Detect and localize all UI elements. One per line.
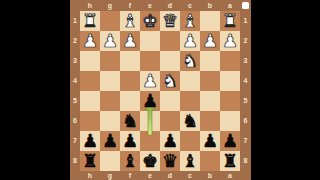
coord-label: h — [80, 0, 100, 11]
square-g7[interactable]: ♟ — [100, 131, 120, 151]
black-pawn[interactable]: ♟ — [100, 130, 120, 150]
coord-label: b — [200, 0, 220, 11]
square-c6[interactable]: ♞ — [180, 111, 200, 131]
square-b3[interactable] — [200, 51, 220, 71]
white-pawn[interactable]: ♟ — [100, 30, 120, 50]
black-pawn[interactable]: ♟ — [200, 130, 220, 150]
coord-label: 2 — [240, 31, 251, 51]
coord-label: 7 — [240, 131, 251, 151]
square-c8[interactable]: ♝ — [180, 151, 200, 171]
square-f2[interactable]: ♟ — [120, 31, 140, 51]
coord-label: d — [160, 0, 180, 11]
square-d3[interactable] — [160, 51, 180, 71]
square-e8[interactable]: ♚ — [140, 151, 160, 171]
board-squares: ♜♝♚♛♝♜♟♟♟♟♟♟♞♟♞♟♞♞♟♟♟♟♟♟♜♝♚♛♝♜ — [80, 11, 240, 171]
file-labels-bottom: hgfedcba — [80, 171, 240, 180]
square-a1[interactable]: ♜ — [220, 11, 240, 31]
white-bishop[interactable]: ♝ — [120, 10, 140, 30]
square-d7[interactable]: ♟ — [160, 131, 180, 151]
black-pawn[interactable]: ♟ — [120, 130, 140, 150]
white-knight[interactable]: ♞ — [160, 70, 180, 90]
square-c3[interactable]: ♞ — [180, 51, 200, 71]
coord-label: 2 — [70, 31, 80, 51]
square-d2[interactable] — [160, 31, 180, 51]
white-pawn[interactable]: ♟ — [140, 70, 160, 90]
black-pawn[interactable]: ♟ — [220, 130, 240, 150]
coord-label: 8 — [240, 151, 251, 171]
square-c4[interactable] — [180, 71, 200, 91]
coord-label: 8 — [70, 151, 80, 171]
black-pawn[interactable]: ♟ — [80, 130, 100, 150]
white-rook[interactable]: ♜ — [80, 10, 100, 30]
square-h6[interactable] — [80, 111, 100, 131]
black-knight[interactable]: ♞ — [120, 110, 140, 130]
square-h5[interactable] — [80, 91, 100, 111]
square-b4[interactable] — [200, 71, 220, 91]
rank-labels-left: 12345678 — [70, 11, 80, 171]
coord-label: f — [120, 171, 140, 180]
square-c5[interactable] — [180, 91, 200, 111]
chessboard-frame: hgfedcba hgfedcba 12345678 12345678 ♜♝♚♛… — [70, 0, 251, 180]
black-rook[interactable]: ♜ — [80, 150, 100, 170]
coord-label: 3 — [70, 51, 80, 71]
white-square-icon — [242, 2, 249, 9]
square-e7[interactable] — [140, 131, 160, 151]
coord-label: h — [80, 171, 100, 180]
right-letterbox — [251, 0, 320, 180]
square-d8[interactable]: ♛ — [160, 151, 180, 171]
black-knight[interactable]: ♞ — [180, 110, 200, 130]
square-e1[interactable]: ♚ — [140, 11, 160, 31]
black-bishop[interactable]: ♝ — [120, 150, 140, 170]
coord-label: 4 — [70, 71, 80, 91]
black-rook[interactable]: ♜ — [220, 150, 240, 170]
square-b6[interactable] — [200, 111, 220, 131]
white-pawn[interactable]: ♟ — [200, 30, 220, 50]
square-c2[interactable]: ♟ — [180, 31, 200, 51]
square-e6[interactable] — [140, 111, 160, 131]
white-pawn[interactable]: ♟ — [180, 30, 200, 50]
square-b5[interactable] — [200, 91, 220, 111]
square-f8[interactable]: ♝ — [120, 151, 140, 171]
coord-label: 1 — [70, 11, 80, 31]
square-a3[interactable] — [220, 51, 240, 71]
coord-label: b — [200, 171, 220, 180]
coord-label: c — [180, 0, 200, 11]
square-a5[interactable] — [220, 91, 240, 111]
square-f5[interactable] — [120, 91, 140, 111]
square-a2[interactable]: ♟ — [220, 31, 240, 51]
square-g8[interactable] — [100, 151, 120, 171]
square-b2[interactable]: ♟ — [200, 31, 220, 51]
square-g2[interactable]: ♟ — [100, 31, 120, 51]
coord-label: 7 — [70, 131, 80, 151]
square-e5[interactable]: ♟ — [140, 91, 160, 111]
black-king[interactable]: ♚ — [140, 150, 160, 170]
square-e3[interactable] — [140, 51, 160, 71]
coord-label: 3 — [240, 51, 251, 71]
square-h7[interactable]: ♟ — [80, 131, 100, 151]
white-king[interactable]: ♚ — [140, 10, 160, 30]
coord-label: 6 — [70, 111, 80, 131]
square-b1[interactable] — [200, 11, 220, 31]
coord-label: a — [220, 0, 240, 11]
coord-label: g — [100, 0, 120, 11]
square-f4[interactable] — [120, 71, 140, 91]
white-bishop[interactable]: ♝ — [180, 10, 200, 30]
coord-label: f — [120, 0, 140, 11]
square-h3[interactable] — [80, 51, 100, 71]
black-pawn[interactable]: ♟ — [160, 130, 180, 150]
black-pawn[interactable]: ♟ — [140, 90, 160, 110]
square-g3[interactable] — [100, 51, 120, 71]
coord-label: d — [160, 171, 180, 180]
square-f3[interactable] — [120, 51, 140, 71]
white-pawn[interactable]: ♟ — [80, 30, 100, 50]
square-c1[interactable]: ♝ — [180, 11, 200, 31]
square-a6[interactable] — [220, 111, 240, 131]
square-b8[interactable] — [200, 151, 220, 171]
coord-label: a — [220, 171, 240, 180]
white-pawn[interactable]: ♟ — [220, 30, 240, 50]
square-h8[interactable]: ♜ — [80, 151, 100, 171]
square-d4[interactable]: ♞ — [160, 71, 180, 91]
square-g4[interactable] — [100, 71, 120, 91]
left-letterbox — [0, 0, 70, 180]
coord-label: c — [180, 171, 200, 180]
square-f6[interactable]: ♞ — [120, 111, 140, 131]
square-a8[interactable]: ♜ — [220, 151, 240, 171]
square-e2[interactable] — [140, 31, 160, 51]
square-e4[interactable]: ♟ — [140, 71, 160, 91]
square-g5[interactable] — [100, 91, 120, 111]
chess-thumbnail: hgfedcba hgfedcba 12345678 12345678 ♜♝♚♛… — [0, 0, 320, 180]
square-b7[interactable]: ♟ — [200, 131, 220, 151]
square-h2[interactable]: ♟ — [80, 31, 100, 51]
coord-label: 1 — [240, 11, 251, 31]
square-g6[interactable] — [100, 111, 120, 131]
coord-label: 5 — [240, 91, 251, 111]
file-labels-top: hgfedcba — [80, 0, 240, 11]
square-d6[interactable] — [160, 111, 180, 131]
square-g1[interactable] — [100, 11, 120, 31]
black-bishop[interactable]: ♝ — [180, 150, 200, 170]
white-queen[interactable]: ♛ — [160, 10, 180, 30]
square-d1[interactable]: ♛ — [160, 11, 180, 31]
rank-labels-right: 12345678 — [240, 11, 251, 171]
coord-label: e — [140, 0, 160, 11]
coord-label: e — [140, 171, 160, 180]
coord-label: 5 — [70, 91, 80, 111]
coord-label: g — [100, 171, 120, 180]
black-queen[interactable]: ♛ — [160, 150, 180, 170]
square-c7[interactable] — [180, 131, 200, 151]
coord-label: 4 — [240, 71, 251, 91]
white-rook[interactable]: ♜ — [220, 10, 240, 30]
square-d5[interactable] — [160, 91, 180, 111]
square-h4[interactable] — [80, 71, 100, 91]
white-knight[interactable]: ♞ — [180, 50, 200, 70]
square-a7[interactable]: ♟ — [220, 131, 240, 151]
white-pawn[interactable]: ♟ — [120, 30, 140, 50]
square-f7[interactable]: ♟ — [120, 131, 140, 151]
square-h1[interactable]: ♜ — [80, 11, 100, 31]
coord-label: 6 — [240, 111, 251, 131]
square-f1[interactable]: ♝ — [120, 11, 140, 31]
square-a4[interactable] — [220, 71, 240, 91]
